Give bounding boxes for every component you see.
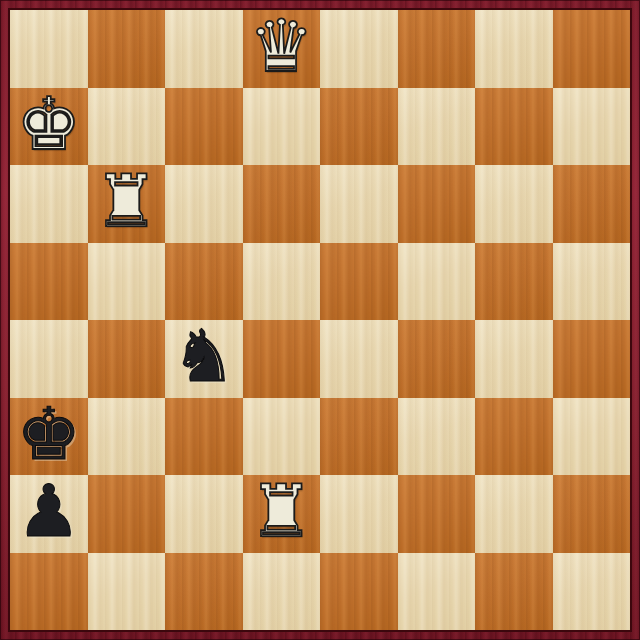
square-d8[interactable]: ♛ [243, 10, 321, 88]
square-e6[interactable] [320, 165, 398, 243]
square-c6[interactable] [165, 165, 243, 243]
square-f3[interactable] [398, 398, 476, 476]
black-pawn-piece[interactable]: ♟ [16, 475, 81, 550]
square-g3[interactable] [475, 398, 553, 476]
square-g2[interactable] [475, 475, 553, 553]
square-c3[interactable] [165, 398, 243, 476]
square-h5[interactable] [553, 243, 631, 321]
square-f2[interactable] [398, 475, 476, 553]
square-c1[interactable] [165, 553, 243, 631]
square-e7[interactable] [320, 88, 398, 166]
square-e5[interactable] [320, 243, 398, 321]
square-g1[interactable] [475, 553, 553, 631]
square-f6[interactable] [398, 165, 476, 243]
square-h7[interactable] [553, 88, 631, 166]
square-d7[interactable] [243, 88, 321, 166]
square-c2[interactable] [165, 475, 243, 553]
square-c8[interactable] [165, 10, 243, 88]
square-d4[interactable] [243, 320, 321, 398]
square-h6[interactable] [553, 165, 631, 243]
white-queen-piece[interactable]: ♛ [249, 10, 314, 85]
square-b4[interactable] [88, 320, 166, 398]
square-a6[interactable] [10, 165, 88, 243]
square-b3[interactable] [88, 398, 166, 476]
square-e2[interactable] [320, 475, 398, 553]
square-a1[interactable] [10, 553, 88, 631]
square-b2[interactable] [88, 475, 166, 553]
square-a3[interactable]: ♚ [10, 398, 88, 476]
square-a5[interactable] [10, 243, 88, 321]
square-f7[interactable] [398, 88, 476, 166]
square-h1[interactable] [553, 553, 631, 631]
square-e1[interactable] [320, 553, 398, 631]
chess-app: ♛♚♜♞♚♟♜ [0, 0, 640, 640]
square-g6[interactable] [475, 165, 553, 243]
white-rook-piece[interactable]: ♜ [249, 475, 314, 550]
white-rook-piece[interactable]: ♜ [94, 165, 159, 240]
square-b7[interactable] [88, 88, 166, 166]
square-c4[interactable]: ♞ [165, 320, 243, 398]
square-g4[interactable] [475, 320, 553, 398]
square-e3[interactable] [320, 398, 398, 476]
square-e4[interactable] [320, 320, 398, 398]
square-f8[interactable] [398, 10, 476, 88]
square-h8[interactable] [553, 10, 631, 88]
square-h3[interactable] [553, 398, 631, 476]
square-a7[interactable]: ♚ [10, 88, 88, 166]
square-f1[interactable] [398, 553, 476, 631]
square-a2[interactable]: ♟ [10, 475, 88, 553]
square-d3[interactable] [243, 398, 321, 476]
square-b6[interactable]: ♜ [88, 165, 166, 243]
square-g5[interactable] [475, 243, 553, 321]
square-f4[interactable] [398, 320, 476, 398]
square-d1[interactable] [243, 553, 321, 631]
white-king-piece[interactable]: ♚ [16, 88, 81, 163]
square-b1[interactable] [88, 553, 166, 631]
square-e8[interactable] [320, 10, 398, 88]
square-g7[interactable] [475, 88, 553, 166]
square-d6[interactable] [243, 165, 321, 243]
square-a8[interactable] [10, 10, 88, 88]
square-d2[interactable]: ♜ [243, 475, 321, 553]
black-knight-piece[interactable]: ♞ [171, 320, 236, 395]
square-b5[interactable] [88, 243, 166, 321]
square-b8[interactable] [88, 10, 166, 88]
square-a4[interactable] [10, 320, 88, 398]
square-g8[interactable] [475, 10, 553, 88]
square-c5[interactable] [165, 243, 243, 321]
black-king-piece[interactable]: ♚ [16, 398, 81, 473]
square-f5[interactable] [398, 243, 476, 321]
square-h4[interactable] [553, 320, 631, 398]
square-h2[interactable] [553, 475, 631, 553]
square-d5[interactable] [243, 243, 321, 321]
chess-board: ♛♚♜♞♚♟♜ [8, 8, 632, 632]
square-c7[interactable] [165, 88, 243, 166]
